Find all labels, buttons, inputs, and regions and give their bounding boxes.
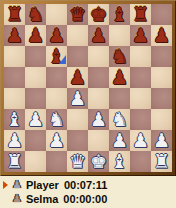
square-e5[interactable]: [88, 67, 109, 88]
square-h4[interactable]: [151, 88, 172, 109]
square-a4[interactable]: [4, 88, 25, 109]
piece-white-pawn[interactable]: ♟: [6, 130, 23, 151]
player-row-black: ♟ Selma 00:00:00: [0, 192, 176, 206]
square-e8[interactable]: ♚: [88, 4, 109, 25]
square-f4[interactable]: [109, 88, 130, 109]
piece-white-knight[interactable]: ♞: [48, 109, 65, 130]
square-b4[interactable]: [25, 88, 46, 109]
piece-white-rook[interactable]: ♜: [153, 151, 170, 172]
square-f2[interactable]: ♟: [109, 130, 130, 151]
piece-black-king[interactable]: ♚: [90, 4, 107, 25]
piece-black-rook[interactable]: ♜: [132, 4, 149, 25]
pawn-icon: ♟: [12, 193, 22, 205]
piece-black-bishop[interactable]: ♝: [111, 4, 128, 25]
piece-white-bishop[interactable]: ♝: [111, 151, 128, 172]
square-d5[interactable]: ♟: [67, 67, 88, 88]
square-d7[interactable]: [67, 25, 88, 46]
board-frame: ♜♞♛♚♝♜♟♟♟♟♟♟♝♞♟♟♟♝♟♞♟♞♟♟♟♟♟♜♛♚♝♜: [0, 0, 176, 176]
piece-white-pawn[interactable]: ♟: [132, 130, 149, 151]
piece-white-pawn[interactable]: ♟: [27, 109, 44, 130]
square-d3[interactable]: [67, 109, 88, 130]
square-e2[interactable]: [88, 130, 109, 151]
square-f6[interactable]: ♞: [109, 46, 130, 67]
square-b6[interactable]: [25, 46, 46, 67]
square-f5[interactable]: ♟: [109, 67, 130, 88]
piece-white-queen[interactable]: ♛: [69, 151, 86, 172]
square-f8[interactable]: ♝: [109, 4, 130, 25]
piece-white-pawn[interactable]: ♟: [69, 88, 86, 109]
square-f1[interactable]: ♝: [109, 151, 130, 172]
square-g2[interactable]: ♟: [130, 130, 151, 151]
player-clock: 00:00:00: [63, 193, 107, 205]
square-g3[interactable]: [130, 109, 151, 130]
square-a1[interactable]: ♜: [4, 151, 25, 172]
square-c4[interactable]: [46, 88, 67, 109]
square-h7[interactable]: ♟: [151, 25, 172, 46]
last-move-marker: [59, 55, 66, 64]
piece-black-pawn[interactable]: ♟: [48, 25, 65, 46]
chess-board[interactable]: ♜♞♛♚♝♜♟♟♟♟♟♟♝♞♟♟♟♝♟♞♟♞♟♟♟♟♟♜♛♚♝♜: [4, 4, 172, 172]
piece-black-pawn[interactable]: ♟: [27, 25, 44, 46]
piece-white-pawn[interactable]: ♟: [90, 109, 107, 130]
piece-black-pawn[interactable]: ♟: [6, 25, 23, 46]
chess-app-window: ♜♞♛♚♝♜♟♟♟♟♟♟♝♞♟♟♟♝♟♞♟♞♟♟♟♟♟♜♛♚♝♜ ♟ Playe…: [0, 0, 176, 208]
status-panel: ♟ Player 00:07:11 ♟ Selma 00:00:00: [0, 176, 176, 208]
piece-black-queen[interactable]: ♛: [69, 4, 86, 25]
square-g1[interactable]: [130, 151, 151, 172]
square-h2[interactable]: ♟: [151, 130, 172, 151]
square-g8[interactable]: ♜: [130, 4, 151, 25]
square-e3[interactable]: ♟: [88, 109, 109, 130]
square-f3[interactable]: ♞: [109, 109, 130, 130]
square-a2[interactable]: ♟: [4, 130, 25, 151]
pawn-icon: ♟: [12, 179, 22, 191]
piece-white-knight[interactable]: ♞: [111, 109, 128, 130]
square-h1[interactable]: ♜: [151, 151, 172, 172]
piece-white-bishop[interactable]: ♝: [6, 109, 23, 130]
square-d4[interactable]: ♟: [67, 88, 88, 109]
square-f7[interactable]: [109, 25, 130, 46]
square-e6[interactable]: [88, 46, 109, 67]
square-b3[interactable]: ♟: [25, 109, 46, 130]
player-name: Player: [26, 179, 59, 191]
piece-black-rook[interactable]: ♜: [6, 4, 23, 25]
square-d1[interactable]: ♛: [67, 151, 88, 172]
square-a3[interactable]: ♝: [4, 109, 25, 130]
square-c8[interactable]: [46, 4, 67, 25]
player-row-white: ♟ Player 00:07:11: [0, 178, 176, 192]
piece-black-knight[interactable]: ♞: [27, 4, 44, 25]
square-e1[interactable]: ♚: [88, 151, 109, 172]
turn-indicator-icon: [3, 181, 8, 189]
square-c5[interactable]: [46, 67, 67, 88]
piece-black-pawn[interactable]: ♟: [90, 25, 107, 46]
square-b2[interactable]: [25, 130, 46, 151]
square-c3[interactable]: ♞: [46, 109, 67, 130]
square-b8[interactable]: ♞: [25, 4, 46, 25]
piece-white-pawn[interactable]: ♟: [111, 130, 128, 151]
square-g7[interactable]: ♟: [130, 25, 151, 46]
square-g6[interactable]: [130, 46, 151, 67]
piece-black-knight[interactable]: ♞: [111, 46, 128, 67]
square-d6[interactable]: [67, 46, 88, 67]
piece-white-pawn[interactable]: ♟: [153, 130, 170, 151]
player-clock: 00:07:11: [64, 179, 107, 191]
square-h6[interactable]: [151, 46, 172, 67]
piece-white-rook[interactable]: ♜: [6, 151, 23, 172]
square-e4[interactable]: [88, 88, 109, 109]
square-b7[interactable]: ♟: [25, 25, 46, 46]
square-c7[interactable]: ♟: [46, 25, 67, 46]
square-h8[interactable]: [151, 4, 172, 25]
piece-black-pawn[interactable]: ♟: [132, 25, 149, 46]
piece-black-pawn[interactable]: ♟: [153, 25, 170, 46]
piece-black-pawn[interactable]: ♟: [111, 67, 128, 88]
square-a6[interactable]: [4, 46, 25, 67]
piece-black-pawn[interactable]: ♟: [69, 67, 86, 88]
square-h3[interactable]: [151, 109, 172, 130]
square-d2[interactable]: [67, 130, 88, 151]
square-c2[interactable]: ♟: [46, 130, 67, 151]
piece-white-pawn[interactable]: ♟: [48, 130, 65, 151]
square-h5[interactable]: [151, 67, 172, 88]
square-g5[interactable]: [130, 67, 151, 88]
square-d8[interactable]: ♛: [67, 4, 88, 25]
square-b5[interactable]: [25, 67, 46, 88]
square-b1[interactable]: [25, 151, 46, 172]
square-a5[interactable]: [4, 67, 25, 88]
player-name: Selma: [26, 193, 58, 205]
square-g4[interactable]: [130, 88, 151, 109]
square-a8[interactable]: ♜: [4, 4, 25, 25]
square-a7[interactable]: ♟: [4, 25, 25, 46]
piece-white-king[interactable]: ♚: [90, 151, 107, 172]
square-c1[interactable]: [46, 151, 67, 172]
square-c6[interactable]: ♝: [46, 46, 67, 67]
square-e7[interactable]: ♟: [88, 25, 109, 46]
